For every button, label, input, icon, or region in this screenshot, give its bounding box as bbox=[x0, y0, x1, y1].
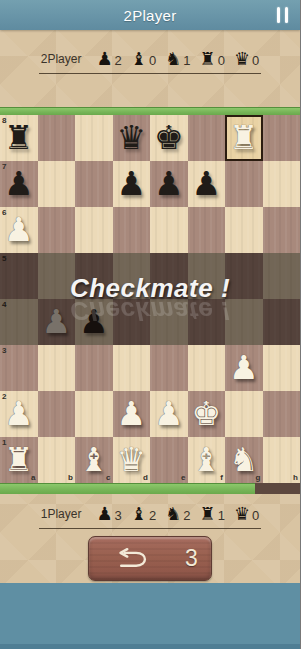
top-bar: 2Player bbox=[0, 0, 300, 30]
rank-label-2: 2 bbox=[2, 392, 6, 401]
file-label-g: g bbox=[256, 473, 261, 482]
square-e8[interactable]: ♚ bbox=[150, 115, 188, 161]
knight-icon: ♞ bbox=[165, 505, 181, 523]
bottom-bar bbox=[0, 583, 300, 649]
captured-knight: ♞2 bbox=[165, 505, 190, 523]
pawn-icon: ♟ bbox=[96, 505, 112, 523]
square-g6[interactable] bbox=[225, 207, 263, 253]
captured-rook-count: 1 bbox=[218, 508, 225, 523]
square-g4[interactable] bbox=[225, 299, 263, 345]
square-c1[interactable]: c♝ bbox=[75, 437, 113, 483]
player-name-bottom: 1Player bbox=[41, 507, 82, 521]
square-d8[interactable]: ♛ bbox=[113, 115, 151, 161]
piece-bq-d8[interactable]: ♛ bbox=[113, 115, 151, 161]
square-a4[interactable]: 4 bbox=[0, 299, 38, 345]
square-e7[interactable]: ♟ bbox=[150, 161, 188, 207]
captured-pieces-top: ♟2♝0♞1♜0♛0 bbox=[96, 50, 259, 68]
square-b5[interactable] bbox=[38, 253, 76, 299]
square-a5[interactable]: 5 bbox=[0, 253, 38, 299]
piece-wk-f2[interactable]: ♚ bbox=[188, 391, 226, 437]
timer-bar-bottom bbox=[0, 483, 300, 494]
square-e4[interactable] bbox=[150, 299, 188, 345]
bishop-icon: ♝ bbox=[131, 50, 147, 68]
piece-bp-f7[interactable]: ♟ bbox=[188, 161, 226, 207]
rank-label-5: 5 bbox=[2, 254, 6, 263]
piece-wp-e2[interactable]: ♟ bbox=[150, 391, 188, 437]
square-g8[interactable]: ♜ bbox=[225, 115, 263, 161]
square-b6[interactable] bbox=[38, 207, 76, 253]
rank-label-7: 7 bbox=[2, 162, 6, 171]
square-b1[interactable]: b bbox=[38, 437, 76, 483]
square-d2[interactable]: ♟ bbox=[113, 391, 151, 437]
captured-row-2player: 2Player ♟2♝0♞1♜0♛0 bbox=[39, 50, 261, 74]
rank-label-6: 6 bbox=[2, 208, 6, 217]
square-e5[interactable] bbox=[150, 253, 188, 299]
captured-bishop: ♝0 bbox=[131, 50, 156, 68]
rank-label-8: 8 bbox=[2, 116, 6, 125]
rank-label-4: 4 bbox=[2, 300, 6, 309]
square-a8[interactable]: 8♜ bbox=[0, 115, 38, 161]
pawn-icon: ♟ bbox=[96, 50, 112, 68]
piece-bp-d7[interactable]: ♟ bbox=[113, 161, 151, 207]
square-c7[interactable] bbox=[75, 161, 113, 207]
square-b4[interactable]: ♟ bbox=[38, 299, 76, 345]
square-g7[interactable] bbox=[225, 161, 263, 207]
app-screen: 2Player 2Player ♟2♝0♞1♜0♛0 Checkmate ! C… bbox=[0, 0, 300, 649]
square-b2[interactable] bbox=[38, 391, 76, 437]
file-label-b: b bbox=[68, 473, 73, 482]
timer-bar-top bbox=[0, 107, 300, 115]
captured-pawn: ♟3 bbox=[96, 505, 121, 523]
square-a6[interactable]: 6♟ bbox=[0, 207, 38, 253]
square-h4[interactable] bbox=[263, 299, 301, 345]
square-g2[interactable] bbox=[225, 391, 263, 437]
timer-fill-top bbox=[0, 107, 300, 115]
captured-pawn: ♟2 bbox=[96, 50, 121, 68]
pause-icon[interactable] bbox=[277, 7, 288, 23]
square-a1[interactable]: 1a♜ bbox=[0, 437, 38, 483]
captured-queen: ♛0 bbox=[234, 50, 259, 68]
undo-icon bbox=[111, 544, 149, 574]
piece-wr-g8[interactable]: ♜ bbox=[225, 115, 263, 161]
square-h8[interactable] bbox=[263, 115, 301, 161]
piece-wp-b4[interactable]: ♟ bbox=[38, 299, 76, 345]
square-c3[interactable] bbox=[75, 345, 113, 391]
captured-queen-count: 0 bbox=[252, 508, 259, 523]
square-d6[interactable] bbox=[113, 207, 151, 253]
captured-pawn-count: 3 bbox=[115, 508, 122, 523]
timer-fill-bottom bbox=[0, 483, 255, 494]
rank-label-1: 1 bbox=[2, 438, 6, 447]
captured-knight-count: 2 bbox=[183, 508, 190, 523]
square-e2[interactable]: ♟ bbox=[150, 391, 188, 437]
square-e6[interactable] bbox=[150, 207, 188, 253]
square-c4[interactable]: ♟ bbox=[75, 299, 113, 345]
square-c8[interactable] bbox=[75, 115, 113, 161]
square-d5[interactable] bbox=[113, 253, 151, 299]
bishop-icon: ♝ bbox=[131, 505, 147, 523]
square-h3[interactable] bbox=[263, 345, 301, 391]
square-d7[interactable]: ♟ bbox=[113, 161, 151, 207]
square-b8[interactable] bbox=[38, 115, 76, 161]
square-f5[interactable] bbox=[188, 253, 226, 299]
captured-bishop-count: 2 bbox=[149, 508, 156, 523]
square-e3[interactable] bbox=[150, 345, 188, 391]
square-h6[interactable] bbox=[263, 207, 301, 253]
square-a7[interactable]: 7♟ bbox=[0, 161, 38, 207]
captured-rook: ♜1 bbox=[200, 505, 225, 523]
captured-section-2player: 2Player ♟2♝0♞1♜0♛0 bbox=[0, 30, 300, 107]
square-b3[interactable] bbox=[38, 345, 76, 391]
captured-bishop-count: 0 bbox=[149, 53, 156, 68]
square-g3[interactable]: ♟ bbox=[225, 345, 263, 391]
rook-icon: ♜ bbox=[200, 50, 216, 68]
square-h2[interactable] bbox=[263, 391, 301, 437]
square-g5[interactable] bbox=[225, 253, 263, 299]
queen-icon: ♛ bbox=[234, 50, 250, 68]
player-name-top: 2Player bbox=[41, 52, 82, 66]
captured-row-1player: 1Player ♟3♝2♞2♜1♛0 bbox=[39, 505, 261, 529]
pause-bar bbox=[277, 7, 280, 23]
square-f6[interactable] bbox=[188, 207, 226, 253]
square-g1[interactable]: g♞ bbox=[225, 437, 263, 483]
bottom-bar-edge bbox=[0, 644, 300, 649]
square-f1[interactable]: f♝ bbox=[188, 437, 226, 483]
captured-pawn-count: 2 bbox=[115, 53, 122, 68]
piece-bp-e7[interactable]: ♟ bbox=[150, 161, 188, 207]
file-label-f: f bbox=[220, 473, 223, 482]
page-title: 2Player bbox=[124, 7, 177, 24]
square-c6[interactable] bbox=[75, 207, 113, 253]
square-f4[interactable] bbox=[188, 299, 226, 345]
piece-bp-c4[interactable]: ♟ bbox=[75, 299, 113, 345]
piece-wp-d2[interactable]: ♟ bbox=[113, 391, 151, 437]
square-d1[interactable]: d♛ bbox=[113, 437, 151, 483]
file-label-c: c bbox=[106, 473, 110, 482]
file-label-a: a bbox=[31, 473, 35, 482]
captured-pieces-bottom: ♟3♝2♞2♜1♛0 bbox=[96, 505, 259, 523]
square-b7[interactable] bbox=[38, 161, 76, 207]
rank-label-3: 3 bbox=[2, 346, 6, 355]
square-h5[interactable] bbox=[263, 253, 301, 299]
piece-wp-g3[interactable]: ♟ bbox=[225, 345, 263, 391]
square-f3[interactable] bbox=[188, 345, 226, 391]
captured-queen: ♛0 bbox=[234, 505, 259, 523]
square-h7[interactable] bbox=[263, 161, 301, 207]
undo-count: 3 bbox=[185, 545, 198, 572]
undo-button[interactable]: 3 bbox=[88, 536, 212, 581]
square-a3[interactable]: 3 bbox=[0, 345, 38, 391]
square-f2[interactable]: ♚ bbox=[188, 391, 226, 437]
square-h1[interactable]: h bbox=[263, 437, 301, 483]
square-c2[interactable] bbox=[75, 391, 113, 437]
square-d3[interactable] bbox=[113, 345, 151, 391]
captured-knight: ♞1 bbox=[165, 50, 190, 68]
captured-knight-count: 1 bbox=[183, 53, 190, 68]
pause-bar bbox=[285, 7, 288, 23]
file-label-e: e bbox=[181, 473, 185, 482]
captured-bishop: ♝2 bbox=[131, 505, 156, 523]
square-e1[interactable]: e bbox=[150, 437, 188, 483]
captured-section-1player: 1Player ♟3♝2♞2♜1♛0 3 bbox=[0, 494, 300, 583]
knight-icon: ♞ bbox=[165, 50, 181, 68]
chess-board: Checkmate ! Checkmate ! 8♜♛♚♜7♟♟♟♟6♟54♟♟… bbox=[0, 115, 300, 483]
captured-rook: ♜0 bbox=[200, 50, 225, 68]
file-label-h: h bbox=[293, 473, 298, 482]
queen-icon: ♛ bbox=[234, 505, 250, 523]
captured-queen-count: 0 bbox=[252, 53, 259, 68]
rook-icon: ♜ bbox=[200, 505, 216, 523]
square-f7[interactable]: ♟ bbox=[188, 161, 226, 207]
captured-rook-count: 0 bbox=[218, 53, 225, 68]
file-label-d: d bbox=[143, 473, 148, 482]
square-a2[interactable]: 2♟ bbox=[0, 391, 38, 437]
square-d4[interactable] bbox=[113, 299, 151, 345]
piece-bk-e8[interactable]: ♚ bbox=[150, 115, 188, 161]
square-c5[interactable] bbox=[75, 253, 113, 299]
square-f8[interactable] bbox=[188, 115, 226, 161]
